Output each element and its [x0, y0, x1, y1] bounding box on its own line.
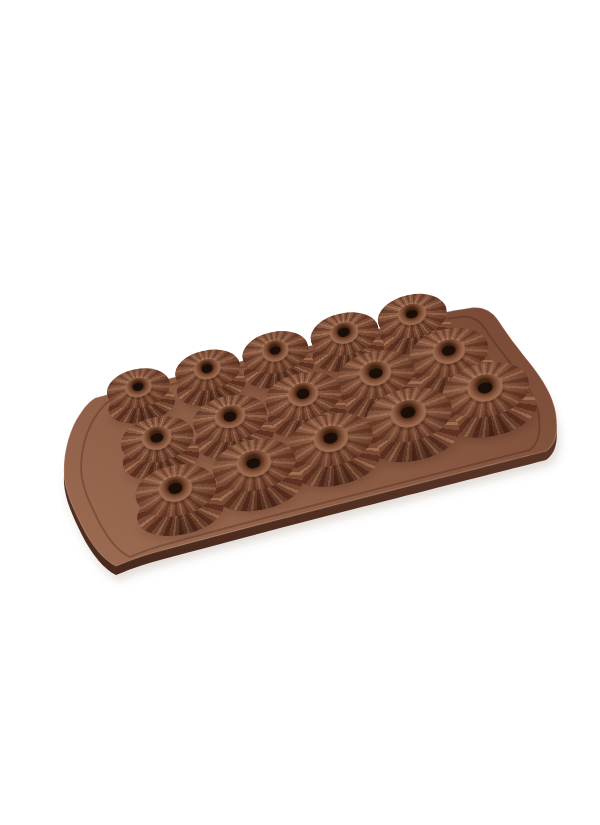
cavity-grid — [0, 0, 600, 825]
product-photo — [0, 0, 600, 825]
